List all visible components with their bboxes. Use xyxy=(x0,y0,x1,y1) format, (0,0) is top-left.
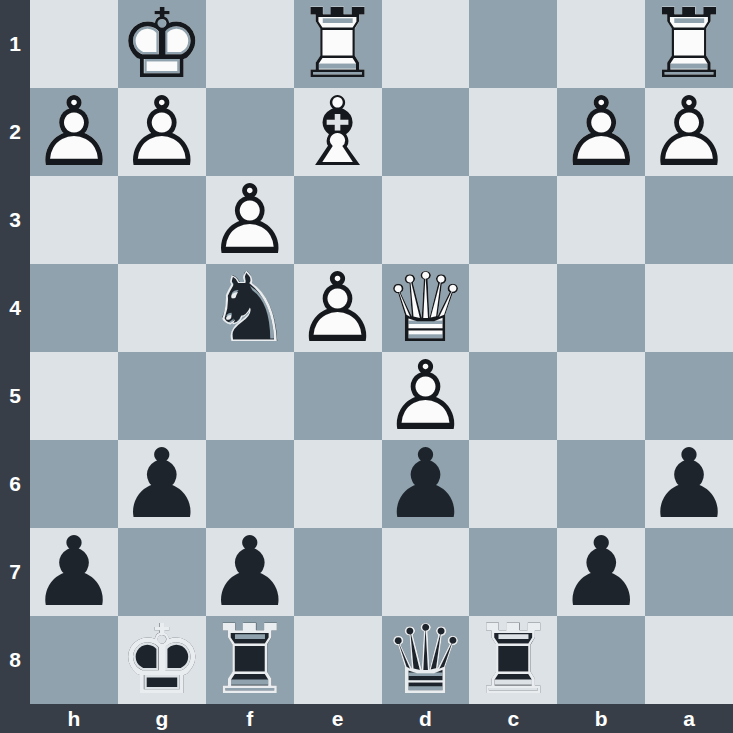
square-f3[interactable]: ♟♙ xyxy=(206,176,294,264)
black-rook-outline: ♖ xyxy=(469,616,557,704)
black-pawn[interactable]: ♟ xyxy=(206,528,294,616)
square-f5[interactable] xyxy=(206,352,294,440)
square-a7[interactable] xyxy=(645,528,733,616)
rank-label-5: 5 xyxy=(0,352,30,440)
square-a6[interactable]: ♟ xyxy=(645,440,733,528)
square-h2[interactable]: ♟♙ xyxy=(30,88,118,176)
square-f7[interactable]: ♟ xyxy=(206,528,294,616)
rank-label-7: 7 xyxy=(0,528,30,616)
square-e4[interactable]: ♟♙ xyxy=(294,264,382,352)
square-e2[interactable]: ♝♗ xyxy=(294,88,382,176)
black-queen[interactable]: ♛♕ xyxy=(382,616,470,704)
square-b2[interactable]: ♟♙ xyxy=(557,88,645,176)
black-knight-outline: ♘ xyxy=(206,264,294,352)
rank-label-1: 1 xyxy=(0,0,30,88)
square-e3[interactable] xyxy=(294,176,382,264)
square-d8[interactable]: ♛♕ xyxy=(382,616,470,704)
white-rook[interactable]: ♜♖ xyxy=(294,0,382,88)
square-f6[interactable] xyxy=(206,440,294,528)
square-b6[interactable] xyxy=(557,440,645,528)
file-label-a: a xyxy=(645,704,733,733)
file-label-e: e xyxy=(294,704,382,733)
white-rook-outline: ♖ xyxy=(294,0,382,88)
square-c3[interactable] xyxy=(469,176,557,264)
square-g6[interactable]: ♟ xyxy=(118,440,206,528)
square-b1[interactable] xyxy=(557,0,645,88)
square-g1[interactable]: ♚♔ xyxy=(118,0,206,88)
square-c6[interactable] xyxy=(469,440,557,528)
square-c8[interactable]: ♜♖ xyxy=(469,616,557,704)
square-f2[interactable] xyxy=(206,88,294,176)
black-pawn[interactable]: ♟ xyxy=(557,528,645,616)
square-h5[interactable] xyxy=(30,352,118,440)
square-a4[interactable] xyxy=(645,264,733,352)
black-pawn[interactable]: ♟ xyxy=(30,528,118,616)
black-pawn-glyph: ♟ xyxy=(645,440,733,528)
black-knight[interactable]: ♞♘ xyxy=(206,264,294,352)
white-pawn[interactable]: ♟♙ xyxy=(645,88,733,176)
black-pawn-glyph: ♟ xyxy=(118,440,206,528)
square-a3[interactable] xyxy=(645,176,733,264)
square-d7[interactable] xyxy=(382,528,470,616)
chess-board: 1♚♔♜♖♜♖2♟♙♟♙♝♗♟♙♟♙3♟♙4♞♘♟♙♛♕5♟♙6♟♟♟7♟♟♟8… xyxy=(0,0,733,733)
white-pawn[interactable]: ♟♙ xyxy=(382,352,470,440)
square-d2[interactable] xyxy=(382,88,470,176)
square-g4[interactable] xyxy=(118,264,206,352)
white-pawn-outline: ♙ xyxy=(118,88,206,176)
white-bishop-outline: ♗ xyxy=(294,88,382,176)
square-e1[interactable]: ♜♖ xyxy=(294,0,382,88)
square-h4[interactable] xyxy=(30,264,118,352)
square-f4[interactable]: ♞♘ xyxy=(206,264,294,352)
white-pawn-outline: ♙ xyxy=(294,264,382,352)
black-queen-outline: ♕ xyxy=(382,616,470,704)
white-bishop[interactable]: ♝♗ xyxy=(294,88,382,176)
square-e6[interactable] xyxy=(294,440,382,528)
rank-label-4: 4 xyxy=(0,264,30,352)
white-pawn[interactable]: ♟♙ xyxy=(118,88,206,176)
square-b7[interactable]: ♟ xyxy=(557,528,645,616)
square-h7[interactable]: ♟ xyxy=(30,528,118,616)
white-king[interactable]: ♚♔ xyxy=(118,0,206,88)
rank-label-2: 2 xyxy=(0,88,30,176)
square-d4[interactable]: ♛♕ xyxy=(382,264,470,352)
white-queen-outline: ♕ xyxy=(382,264,470,352)
rank-label-8: 8 xyxy=(0,616,30,704)
square-c5[interactable] xyxy=(469,352,557,440)
board-corner xyxy=(0,704,30,733)
black-rook[interactable]: ♜♖ xyxy=(206,616,294,704)
file-label-b: b xyxy=(557,704,645,733)
black-pawn[interactable]: ♟ xyxy=(382,440,470,528)
white-king-outline: ♔ xyxy=(118,0,206,88)
black-pawn-glyph: ♟ xyxy=(557,528,645,616)
white-queen[interactable]: ♛♕ xyxy=(382,264,470,352)
square-c4[interactable] xyxy=(469,264,557,352)
black-pawn-glyph: ♟ xyxy=(30,528,118,616)
square-b3[interactable] xyxy=(557,176,645,264)
square-c1[interactable] xyxy=(469,0,557,88)
square-g5[interactable] xyxy=(118,352,206,440)
white-pawn-outline: ♙ xyxy=(382,352,470,440)
white-pawn-outline: ♙ xyxy=(206,176,294,264)
white-pawn[interactable]: ♟♙ xyxy=(30,88,118,176)
square-h1[interactable] xyxy=(30,0,118,88)
square-b8[interactable] xyxy=(557,616,645,704)
square-e5[interactable] xyxy=(294,352,382,440)
rank-label-6: 6 xyxy=(0,440,30,528)
black-pawn-glyph: ♟ xyxy=(206,528,294,616)
black-king-outline: ♔ xyxy=(118,616,206,704)
square-a8[interactable] xyxy=(645,616,733,704)
white-rook-outline: ♖ xyxy=(645,0,733,88)
black-king[interactable]: ♚♔ xyxy=(118,616,206,704)
black-rook-outline: ♖ xyxy=(206,616,294,704)
square-g2[interactable]: ♟♙ xyxy=(118,88,206,176)
rank-label-3: 3 xyxy=(0,176,30,264)
square-a1[interactable]: ♜♖ xyxy=(645,0,733,88)
square-d6[interactable]: ♟ xyxy=(382,440,470,528)
square-d1[interactable] xyxy=(382,0,470,88)
square-b4[interactable] xyxy=(557,264,645,352)
file-label-h: h xyxy=(30,704,118,733)
black-rook[interactable]: ♜♖ xyxy=(469,616,557,704)
square-a5[interactable] xyxy=(645,352,733,440)
square-e8[interactable] xyxy=(294,616,382,704)
square-d3[interactable] xyxy=(382,176,470,264)
white-pawn[interactable]: ♟♙ xyxy=(206,176,294,264)
white-pawn-outline: ♙ xyxy=(30,88,118,176)
square-g8[interactable]: ♚♔ xyxy=(118,616,206,704)
square-a2[interactable]: ♟♙ xyxy=(645,88,733,176)
square-h6[interactable] xyxy=(30,440,118,528)
square-b5[interactable] xyxy=(557,352,645,440)
white-pawn-outline: ♙ xyxy=(557,88,645,176)
square-g3[interactable] xyxy=(118,176,206,264)
square-h3[interactable] xyxy=(30,176,118,264)
white-pawn[interactable]: ♟♙ xyxy=(557,88,645,176)
square-h8[interactable] xyxy=(30,616,118,704)
square-e7[interactable] xyxy=(294,528,382,616)
black-pawn[interactable]: ♟ xyxy=(118,440,206,528)
black-pawn-glyph: ♟ xyxy=(382,440,470,528)
square-g7[interactable] xyxy=(118,528,206,616)
white-rook[interactable]: ♜♖ xyxy=(645,0,733,88)
white-pawn[interactable]: ♟♙ xyxy=(294,264,382,352)
black-pawn[interactable]: ♟ xyxy=(645,440,733,528)
square-d5[interactable]: ♟♙ xyxy=(382,352,470,440)
square-c2[interactable] xyxy=(469,88,557,176)
white-pawn-outline: ♙ xyxy=(645,88,733,176)
square-c7[interactable] xyxy=(469,528,557,616)
square-f8[interactable]: ♜♖ xyxy=(206,616,294,704)
square-f1[interactable] xyxy=(206,0,294,88)
